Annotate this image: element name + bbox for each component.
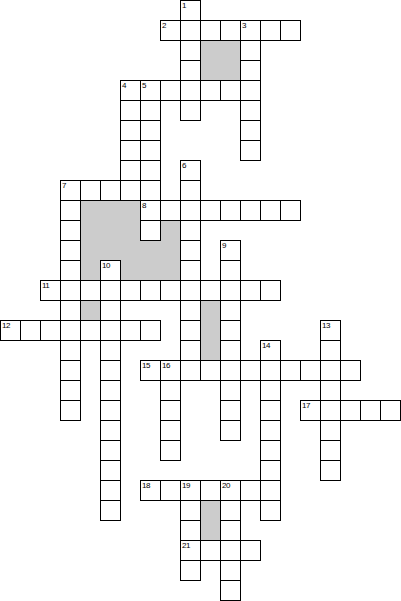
cell[interactable]: 13 [320,320,341,341]
shaded-cell [160,260,181,281]
cell[interactable] [220,380,241,401]
cell[interactable]: 7 [60,180,81,201]
cell[interactable] [140,160,161,181]
cell[interactable] [180,300,201,321]
shaded-cell [80,240,101,261]
cell[interactable] [220,260,241,281]
crossword-grid: 123456789101112131415161718192021 [0,0,401,601]
cell[interactable]: 15 [140,360,161,381]
cell[interactable] [160,400,181,421]
shaded-cell [160,240,181,261]
cell[interactable] [220,300,241,321]
shaded-cell [80,200,101,221]
cell[interactable] [60,360,81,381]
cell[interactable] [240,360,261,381]
cell[interactable] [60,240,81,261]
cell[interactable] [120,140,141,161]
cell[interactable] [200,540,221,561]
cell[interactable] [120,160,141,181]
cell[interactable] [100,360,121,381]
cell[interactable] [180,240,201,261]
cell[interactable]: 3 [240,20,261,41]
clue-number: 11 [42,281,49,290]
cell[interactable] [260,460,281,481]
cell[interactable] [140,220,161,241]
clue-number: 10 [102,261,110,270]
cell[interactable] [260,420,281,441]
cell[interactable] [340,360,361,381]
shaded-cell [120,200,141,221]
cell[interactable] [160,420,181,441]
cell[interactable]: 2 [160,20,181,41]
cell[interactable]: 20 [220,480,241,501]
cell[interactable] [220,360,241,381]
cell[interactable] [160,440,181,461]
cell[interactable] [60,260,81,281]
cell[interactable] [100,380,121,401]
cell[interactable] [220,340,241,361]
clue-number: 6 [182,161,186,170]
clue-number: 18 [142,481,150,490]
shaded-cell [80,220,101,241]
cell[interactable] [140,120,161,141]
cell[interactable] [240,60,261,81]
cell[interactable]: 5 [140,80,161,101]
shaded-cell [120,220,141,241]
clue-number: 5 [142,81,146,90]
cell[interactable]: 14 [260,340,281,361]
cell[interactable] [260,380,281,401]
cell[interactable] [180,100,201,121]
cell[interactable] [220,500,241,521]
cell[interactable] [140,100,161,121]
shaded-cell [220,40,241,61]
cell[interactable] [220,200,241,221]
cell[interactable] [180,220,201,241]
shaded-cell [200,40,221,61]
cell[interactable]: 21 [180,540,201,561]
cell[interactable] [240,140,261,161]
cell[interactable] [140,140,161,161]
clue-number: 15 [142,361,150,370]
cell[interactable] [60,380,81,401]
cell[interactable] [220,560,241,581]
cell[interactable] [200,280,221,301]
cell[interactable]: 12 [0,320,21,341]
cell[interactable] [260,480,281,501]
cell[interactable] [260,400,281,421]
cell[interactable] [260,200,281,221]
cell[interactable] [260,500,281,521]
cell[interactable] [140,180,161,201]
cell[interactable] [120,320,141,341]
cell[interactable] [180,180,201,201]
cell[interactable] [180,320,201,341]
cell[interactable] [320,340,341,361]
cell[interactable] [100,500,121,521]
cell[interactable] [240,120,261,141]
cell[interactable] [320,420,341,441]
cell[interactable] [160,380,181,401]
cell[interactable] [140,320,161,341]
cell[interactable] [60,280,81,301]
cell[interactable] [260,280,281,301]
clue-number: 3 [242,21,246,30]
clue-number: 16 [162,361,170,370]
cell[interactable] [180,60,201,81]
cell[interactable] [20,320,41,341]
cell[interactable] [220,280,241,301]
cell[interactable] [180,260,201,281]
cell[interactable] [200,200,221,221]
clue-number: 8 [142,201,146,210]
cell[interactable] [180,40,201,61]
cell[interactable] [280,360,301,381]
cell[interactable] [60,300,81,321]
cell[interactable] [80,180,101,201]
cell[interactable] [220,420,241,441]
shaded-cell [80,300,101,321]
cell[interactable] [60,200,81,221]
cell[interactable] [320,400,341,421]
cell[interactable]: 18 [140,480,161,501]
cell[interactable] [320,460,341,481]
cell[interactable] [160,280,181,301]
cell[interactable] [100,340,121,361]
cell[interactable] [280,200,301,221]
cell[interactable] [240,540,261,561]
cell[interactable]: 16 [160,360,181,381]
clue-number: 21 [182,541,190,550]
cell[interactable] [200,20,221,41]
cell[interactable] [60,340,81,361]
shaded-cell [200,340,221,361]
cell[interactable] [100,300,121,321]
cell[interactable] [160,80,181,101]
shaded-cell [220,60,241,81]
cell[interactable] [260,20,281,41]
shaded-cell [200,520,221,541]
cell[interactable] [160,480,181,501]
clue-number: 4 [122,81,126,90]
cell[interactable] [180,520,201,541]
cell[interactable]: 19 [180,480,201,501]
cell[interactable] [320,360,341,381]
shaded-cell [200,500,221,521]
cell[interactable] [180,360,201,381]
cell[interactable] [320,380,341,401]
clue-number: 19 [182,481,190,490]
shaded-cell [100,220,121,241]
cell[interactable] [180,280,201,301]
cell[interactable] [240,100,261,121]
cell[interactable] [140,280,161,301]
clue-number: 17 [302,401,310,410]
cell[interactable] [200,360,221,381]
cell[interactable] [100,440,121,461]
cell[interactable] [200,480,221,501]
cell[interactable] [240,280,261,301]
shaded-cell [120,260,141,281]
cell[interactable]: 11 [40,280,61,301]
cell[interactable] [60,400,81,421]
shaded-cell [120,240,141,261]
clue-number: 1 [182,1,186,10]
cell[interactable] [280,20,301,41]
cell[interactable] [180,340,201,361]
cell[interactable] [100,280,121,301]
clue-number: 2 [162,21,166,30]
cell[interactable] [40,320,61,341]
shaded-cell [140,260,161,281]
cell[interactable] [240,480,261,501]
cell[interactable] [360,400,381,421]
cell[interactable] [180,80,201,101]
cell[interactable] [180,560,201,581]
cell[interactable] [320,440,341,461]
shaded-cell [160,220,181,241]
clue-number: 7 [62,181,66,190]
shaded-cell [200,60,221,81]
cell[interactable] [100,400,121,421]
cell[interactable]: 4 [120,80,141,101]
cell[interactable] [180,500,201,521]
cell[interactable]: 17 [300,400,321,421]
shaded-cell [100,240,121,261]
cell[interactable] [220,540,241,561]
cell[interactable] [180,20,201,41]
clue-number: 12 [2,321,10,330]
shaded-cell [80,260,101,281]
cell[interactable]: 8 [140,200,161,221]
cell[interactable] [60,320,81,341]
cell[interactable]: 9 [220,240,241,261]
cell[interactable] [220,320,241,341]
shaded-cell [140,240,161,261]
clue-number: 13 [322,321,330,330]
cell[interactable] [260,360,281,381]
cell[interactable] [100,480,121,501]
cell[interactable]: 1 [180,0,201,21]
cell[interactable]: 10 [100,260,121,281]
cell[interactable] [100,460,121,481]
cell[interactable] [80,320,101,341]
cell[interactable] [120,100,141,121]
cell[interactable] [240,80,261,101]
clue-number: 20 [222,481,230,490]
cell[interactable] [120,120,141,141]
cell[interactable] [240,40,261,61]
cell[interactable] [220,20,241,41]
cell[interactable] [100,180,121,201]
clue-number: 14 [262,341,270,350]
cell[interactable] [220,400,241,421]
clue-number: 9 [222,241,226,250]
cell[interactable] [200,80,221,101]
cell[interactable] [220,520,241,541]
cell[interactable] [120,180,141,201]
cell[interactable] [120,280,141,301]
cell[interactable] [180,200,201,221]
cell[interactable] [160,200,181,221]
cell[interactable] [300,360,321,381]
cell[interactable]: 6 [180,160,201,181]
shaded-cell [100,200,121,221]
shaded-cell [200,320,221,341]
cell[interactable] [80,280,101,301]
cell[interactable] [100,320,121,341]
cell[interactable] [100,420,121,441]
cell[interactable] [260,440,281,461]
cell[interactable] [220,580,241,601]
shaded-cell [200,300,221,321]
cell[interactable] [240,200,261,221]
cell[interactable] [60,220,81,241]
cell[interactable] [380,400,401,421]
cell[interactable] [340,400,361,421]
cell[interactable] [220,80,241,101]
